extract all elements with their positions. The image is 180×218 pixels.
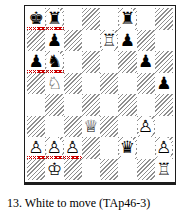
square-c6 — [64, 51, 82, 73]
square-g8 — [137, 8, 155, 30]
square-d7 — [82, 30, 100, 52]
square-c5 — [64, 73, 82, 95]
square-c4 — [64, 94, 82, 116]
square-d1 — [82, 159, 100, 181]
diagram-caption: 13. White to move (TAp46-3) — [7, 196, 150, 211]
square-h7 — [155, 30, 173, 52]
square-b3 — [45, 116, 63, 138]
chess-diagram-page: ♚♜♜♟♖♟♟♞♟♘♟♕♙♙♙♙♛♙♔♖ 13. White to move (… — [0, 0, 180, 218]
square-f4 — [118, 94, 136, 116]
square-e2 — [100, 137, 118, 159]
square-b1: ♔ — [45, 159, 63, 181]
square-g7 — [137, 30, 155, 52]
spellcheck-squiggle-rank8 — [27, 27, 64, 30]
square-a1 — [27, 159, 45, 181]
spellcheck-squiggle-rank2 — [27, 156, 82, 159]
square-e8 — [100, 8, 118, 30]
black-rook-f8: ♜ — [118, 8, 136, 30]
square-d5 — [82, 73, 100, 95]
square-h2: ♙ — [155, 137, 173, 159]
square-c8 — [64, 8, 82, 30]
square-g1 — [137, 159, 155, 181]
square-g5 — [137, 73, 155, 95]
square-h4 — [155, 94, 173, 116]
square-e1 — [100, 159, 118, 181]
square-f3 — [118, 116, 136, 138]
square-d4 — [82, 94, 100, 116]
square-h1: ♖ — [155, 159, 173, 181]
square-a4 — [27, 94, 45, 116]
white-pawn-g3: ♙ — [137, 116, 155, 138]
square-a5 — [27, 73, 45, 95]
square-g4 — [137, 94, 155, 116]
square-d8 — [82, 8, 100, 30]
black-pawn-g6: ♟ — [137, 51, 155, 73]
square-h5: ♟ — [155, 73, 173, 95]
black-pawn-b7: ♟ — [45, 30, 63, 52]
white-king-b1: ♔ — [45, 159, 63, 181]
square-b7: ♟ — [45, 30, 63, 52]
square-g3: ♙ — [137, 116, 155, 138]
square-e6 — [100, 51, 118, 73]
white-knight-b5: ♘ — [45, 73, 63, 95]
square-c1 — [64, 159, 82, 181]
square-b5: ♘ — [45, 73, 63, 95]
square-c7 — [64, 30, 82, 52]
chess-board-frame: ♚♜♜♟♖♟♟♞♟♘♟♕♙♙♙♙♛♙♔♖ — [24, 5, 176, 185]
chess-board: ♚♜♜♟♖♟♟♞♟♘♟♕♙♙♙♙♛♙♔♖ — [27, 8, 173, 180]
square-a3 — [27, 116, 45, 138]
spellcheck-squiggle-rank6 — [27, 70, 64, 73]
square-e5 — [100, 73, 118, 95]
black-queen-f2: ♛ — [118, 137, 136, 159]
square-f8: ♜ — [118, 8, 136, 30]
square-f6 — [118, 51, 136, 73]
square-c3 — [64, 116, 82, 138]
square-h3 — [155, 116, 173, 138]
black-pawn-f7: ♟ — [118, 30, 136, 52]
square-g2 — [137, 137, 155, 159]
square-h6 — [155, 51, 173, 73]
black-pawn-h5: ♟ — [155, 73, 173, 95]
square-b4 — [45, 94, 63, 116]
square-d3: ♕ — [82, 116, 100, 138]
square-a7 — [27, 30, 45, 52]
square-e7: ♖ — [100, 30, 118, 52]
white-pawn-h2: ♙ — [155, 137, 173, 159]
white-rook-h1: ♖ — [155, 159, 173, 181]
square-f2: ♛ — [118, 137, 136, 159]
white-queen-d3: ♕ — [82, 116, 100, 138]
square-f7: ♟ — [118, 30, 136, 52]
square-f1 — [118, 159, 136, 181]
square-h8 — [155, 8, 173, 30]
square-e4 — [100, 94, 118, 116]
square-f5 — [118, 73, 136, 95]
square-g6: ♟ — [137, 51, 155, 73]
white-rook-e7: ♖ — [100, 30, 118, 52]
square-e3 — [100, 116, 118, 138]
square-d2 — [82, 137, 100, 159]
square-d6 — [82, 51, 100, 73]
